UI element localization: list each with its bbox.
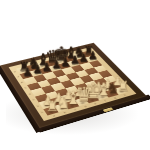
board-squares: ♜♞♝♛♚♝♞♜♟♟♟♟♟♟♟♟♟♟♟♟♟♟♟♟♜♞♝♛♚♝♞♜ [16, 51, 128, 116]
piece-white-rook[interactable]: ♜ [43, 89, 63, 113]
square-a7[interactable]: ♟ [20, 71, 33, 79]
board-frame: abcdefgh 87654321 ♜♞♝♛♚♝♞♜♟♟♟♟♟♟♟♟♟♟♟♟♟♟… [0, 43, 146, 128]
coordinate-band: abcdefgh 87654321 ♜♞♝♛♚♝♞♜♟♟♟♟♟♟♟♟♟♟♟♟♟♟… [9, 47, 137, 121]
product-photo: abcdefgh 87654321 ♜♞♝♛♚♝♞♜♟♟♟♟♟♟♟♟♟♟♟♟♟♟… [0, 0, 150, 150]
piece-black-pawn[interactable]: ♟ [19, 56, 37, 78]
chess-board: abcdefgh 87654321 ♜♞♝♛♚♝♞♜♟♟♟♟♟♟♟♟♟♟♟♟♟♟… [0, 43, 146, 128]
scene: abcdefgh 87654321 ♜♞♝♛♚♝♞♜♟♟♟♟♟♟♟♟♟♟♟♟♟♟… [0, 0, 150, 150]
